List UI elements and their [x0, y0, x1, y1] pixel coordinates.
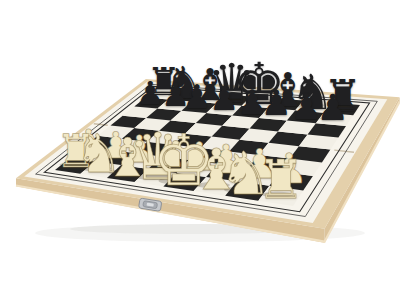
piece-shadow	[224, 187, 259, 193]
piece-shadow	[126, 158, 148, 162]
piece-shadow	[294, 114, 315, 118]
chess-set-photo: ♜♞♝♛♚♝♞♜♟♟♟♟♟♟♟♟♟♟♟♟♟♟♟♟♜♞♝♛♚♝♞♜	[0, 0, 400, 300]
piece-shadow	[320, 116, 342, 120]
piece-shadow	[185, 104, 205, 108]
piece-shadow	[168, 93, 195, 98]
piece-shadow	[212, 107, 232, 111]
chess-board	[0, 0, 400, 300]
piece-shadow	[164, 102, 183, 106]
piece-shadow	[103, 154, 125, 158]
piece-shadow	[196, 182, 230, 188]
piece-shadow	[327, 106, 353, 111]
piece-shadow	[212, 169, 236, 173]
piece-shadow	[80, 166, 112, 172]
piece-shadow	[60, 162, 88, 167]
piece-shadow	[274, 178, 299, 183]
piece-shadow	[295, 103, 324, 108]
piece-shadow	[155, 161, 178, 165]
piece-shadow	[185, 165, 208, 169]
piece-shadow	[262, 192, 294, 198]
piece-shadow	[271, 101, 299, 106]
piece-shadow	[109, 170, 141, 176]
piece-shadow	[139, 100, 158, 103]
piece-shadow	[264, 111, 285, 115]
piece-shadow	[76, 151, 98, 155]
piece-shadow	[240, 109, 260, 113]
piece-shadow	[238, 98, 273, 104]
piece-shadow	[159, 177, 201, 185]
piece-shadow	[245, 173, 269, 177]
